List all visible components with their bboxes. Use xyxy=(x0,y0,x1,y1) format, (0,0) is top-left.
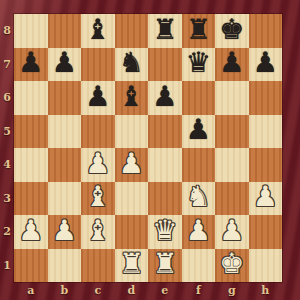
square-d4[interactable]: ♟ xyxy=(115,148,149,182)
square-b8[interactable] xyxy=(48,14,82,48)
file-label-g: g xyxy=(215,281,249,300)
black-pawn-c6[interactable]: ♟ xyxy=(85,83,110,111)
square-e8[interactable]: ♜ xyxy=(148,14,182,48)
file-label-a: a xyxy=(14,281,48,300)
rank-label-3: 3 xyxy=(0,182,14,216)
black-rook-f8[interactable]: ♜ xyxy=(186,16,211,44)
square-a6[interactable] xyxy=(14,81,48,115)
white-bishop-c3[interactable]: ♝ xyxy=(85,183,110,211)
square-g4[interactable] xyxy=(215,148,249,182)
square-f4[interactable] xyxy=(182,148,216,182)
square-g5[interactable] xyxy=(215,115,249,149)
file-label-e: e xyxy=(148,281,182,300)
square-h2[interactable] xyxy=(249,215,283,249)
rank-label-7: 7 xyxy=(0,48,14,82)
square-e6[interactable]: ♟ xyxy=(148,81,182,115)
square-b2[interactable]: ♟ xyxy=(48,215,82,249)
square-e1[interactable]: ♜ xyxy=(148,249,182,283)
square-g2[interactable]: ♟ xyxy=(215,215,249,249)
square-d1[interactable]: ♜ xyxy=(115,249,149,283)
square-f3[interactable]: ♞ xyxy=(182,182,216,216)
square-c3[interactable]: ♝ xyxy=(81,182,115,216)
square-c4[interactable]: ♟ xyxy=(81,148,115,182)
square-g7[interactable]: ♟ xyxy=(215,48,249,82)
rank-label-8: 8 xyxy=(0,14,14,48)
black-queen-f7[interactable]: ♛ xyxy=(186,49,211,77)
square-h4[interactable] xyxy=(249,148,283,182)
square-h8[interactable] xyxy=(249,14,283,48)
square-f6[interactable] xyxy=(182,81,216,115)
square-e2[interactable]: ♛ xyxy=(148,215,182,249)
square-g3[interactable] xyxy=(215,182,249,216)
square-a8[interactable] xyxy=(14,14,48,48)
white-queen-e2[interactable]: ♛ xyxy=(152,217,177,245)
black-knight-d7[interactable]: ♞ xyxy=(119,49,144,77)
file-label-b: b xyxy=(48,281,82,300)
square-h3[interactable]: ♟ xyxy=(249,182,283,216)
white-pawn-d4[interactable]: ♟ xyxy=(119,150,144,178)
rank-label-6: 6 xyxy=(0,81,14,115)
square-f5[interactable]: ♟ xyxy=(182,115,216,149)
square-d7[interactable]: ♞ xyxy=(115,48,149,82)
square-a1[interactable] xyxy=(14,249,48,283)
square-g8[interactable]: ♚ xyxy=(215,14,249,48)
square-a2[interactable]: ♟ xyxy=(14,215,48,249)
square-a5[interactable] xyxy=(14,115,48,149)
square-f8[interactable]: ♜ xyxy=(182,14,216,48)
square-b3[interactable] xyxy=(48,182,82,216)
rank-label-4: 4 xyxy=(0,148,14,182)
white-rook-e1[interactable]: ♜ xyxy=(152,250,177,278)
white-pawn-b2[interactable]: ♟ xyxy=(52,217,77,245)
square-d3[interactable] xyxy=(115,182,149,216)
white-pawn-g2[interactable]: ♟ xyxy=(219,217,244,245)
square-f2[interactable]: ♟ xyxy=(182,215,216,249)
square-h7[interactable]: ♟ xyxy=(249,48,283,82)
square-e7[interactable] xyxy=(148,48,182,82)
black-pawn-h7[interactable]: ♟ xyxy=(253,49,278,77)
square-d8[interactable] xyxy=(115,14,149,48)
square-c1[interactable] xyxy=(81,249,115,283)
black-rook-e8[interactable]: ♜ xyxy=(152,16,177,44)
square-g6[interactable] xyxy=(215,81,249,115)
square-c5[interactable] xyxy=(81,115,115,149)
square-a3[interactable] xyxy=(14,182,48,216)
black-pawn-e6[interactable]: ♟ xyxy=(152,83,177,111)
rank-label-2: 2 xyxy=(0,215,14,249)
square-c8[interactable]: ♝ xyxy=(81,14,115,48)
square-h6[interactable] xyxy=(249,81,283,115)
square-e3[interactable] xyxy=(148,182,182,216)
square-g1[interactable]: ♚ xyxy=(215,249,249,283)
square-c2[interactable]: ♝ xyxy=(81,215,115,249)
square-f7[interactable]: ♛ xyxy=(182,48,216,82)
rank-label-1: 1 xyxy=(0,249,14,283)
square-h1[interactable] xyxy=(249,249,283,283)
square-b4[interactable] xyxy=(48,148,82,182)
white-rook-d1[interactable]: ♜ xyxy=(119,250,144,278)
white-pawn-c4[interactable]: ♟ xyxy=(85,150,110,178)
square-c6[interactable]: ♟ xyxy=(81,81,115,115)
square-h5[interactable] xyxy=(249,115,283,149)
black-king-g8[interactable]: ♚ xyxy=(219,16,244,44)
square-b5[interactable] xyxy=(48,115,82,149)
file-label-c: c xyxy=(81,281,115,300)
chess-board: ♝♜♜♚♟♟♞♛♟♟♟♝♟♟♟♟♝♞♟♟♟♝♛♟♟♜♜♚ xyxy=(14,14,282,282)
square-c7[interactable] xyxy=(81,48,115,82)
rank-label-5: 5 xyxy=(0,115,14,149)
square-d6[interactable]: ♝ xyxy=(115,81,149,115)
square-f1[interactable] xyxy=(182,249,216,283)
square-e4[interactable] xyxy=(148,148,182,182)
board-frame: ♝♜♜♚♟♟♞♛♟♟♟♝♟♟♟♟♝♞♟♟♟♝♛♟♟♜♜♚ 87654321abc… xyxy=(0,0,300,300)
square-a4[interactable] xyxy=(14,148,48,182)
file-label-d: d xyxy=(115,281,149,300)
square-e5[interactable] xyxy=(148,115,182,149)
file-label-f: f xyxy=(182,281,216,300)
white-knight-f3[interactable]: ♞ xyxy=(186,183,211,211)
white-bishop-c2[interactable]: ♝ xyxy=(85,217,110,245)
square-b6[interactable] xyxy=(48,81,82,115)
black-pawn-g7[interactable]: ♟ xyxy=(219,49,244,77)
black-bishop-c8[interactable]: ♝ xyxy=(85,16,110,44)
file-label-h: h xyxy=(249,281,283,300)
square-d5[interactable] xyxy=(115,115,149,149)
square-a7[interactable]: ♟ xyxy=(14,48,48,82)
white-king-g1[interactable]: ♚ xyxy=(219,250,244,278)
square-b7[interactable]: ♟ xyxy=(48,48,82,82)
black-pawn-f5[interactable]: ♟ xyxy=(186,116,211,144)
black-bishop-d6[interactable]: ♝ xyxy=(119,83,144,111)
square-d2[interactable] xyxy=(115,215,149,249)
black-pawn-b7[interactable]: ♟ xyxy=(52,49,77,77)
white-pawn-a2[interactable]: ♟ xyxy=(18,217,43,245)
white-pawn-h3[interactable]: ♟ xyxy=(253,183,278,211)
white-pawn-f2[interactable]: ♟ xyxy=(186,217,211,245)
black-pawn-a7[interactable]: ♟ xyxy=(18,49,43,77)
square-b1[interactable] xyxy=(48,249,82,283)
